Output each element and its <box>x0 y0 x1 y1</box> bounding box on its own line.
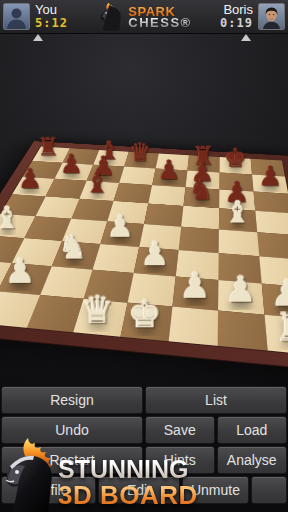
square-g5[interactable]: ♝ <box>219 208 257 232</box>
black-queen[interactable]: ♛ <box>125 139 156 166</box>
square-f2[interactable]: ♟ <box>172 277 218 311</box>
edit-button[interactable]: Edit <box>98 476 179 504</box>
hints-button[interactable]: Hints <box>145 446 215 474</box>
white-bishop[interactable]: ♝ <box>219 196 257 228</box>
square-f5[interactable] <box>181 206 219 230</box>
logo-chess: CHESS® <box>128 17 191 28</box>
black-king[interactable]: ♚ <box>220 144 252 171</box>
load-button[interactable]: Load <box>217 416 288 444</box>
menu-row-2: Undo Save Load <box>0 416 288 444</box>
square-e5[interactable] <box>144 204 183 227</box>
square-h6[interactable] <box>254 192 288 214</box>
extra-button[interactable] <box>251 476 287 504</box>
you-marker-icon <box>33 34 43 41</box>
white-knight[interactable]: ♞ <box>53 230 94 265</box>
sparkchess-logo: SPARK CHESS® <box>96 2 191 32</box>
white-pawn[interactable]: ♟ <box>134 236 176 271</box>
square-e1[interactable]: ♚ <box>120 303 172 342</box>
unmute-button[interactable]: Unmute <box>182 476 250 504</box>
boris-portrait <box>259 4 284 29</box>
square-e3[interactable]: ♟ <box>134 247 179 276</box>
boris-name: Boris <box>223 3 253 17</box>
menu-row-4: Profile Edit Unmute <box>0 476 288 504</box>
top-bar: You 5:12 SPARK CHESS® Boris 0:19 <box>0 0 288 34</box>
menu-row-3: Restart Hints Analyse <box>0 446 288 474</box>
list-button[interactable]: List <box>145 386 287 414</box>
boris-player-info: Boris 0:19 <box>207 3 253 30</box>
white-pawn[interactable]: ♟ <box>218 270 264 308</box>
black-knight[interactable]: ♞ <box>184 175 219 205</box>
restart-button[interactable]: Restart <box>1 446 143 474</box>
silhouette-avatar-icon <box>4 4 29 29</box>
square-g2[interactable]: ♟ <box>218 280 264 315</box>
save-button[interactable]: Save <box>145 416 215 444</box>
square-f6[interactable]: ♞ <box>183 187 219 208</box>
board-3d: ♜♝♛♜♚♟♟♟♟♟♟♝♞♟♝♝♟♞♟♟♟♟♟♟♜♛♚♜ <box>0 141 288 373</box>
black-pawn[interactable]: ♟ <box>13 164 47 193</box>
square-f4[interactable] <box>179 227 219 253</box>
resign-button[interactable]: Resign <box>1 386 143 414</box>
you-avatar <box>3 3 30 30</box>
board-scene: ♜♝♛♜♚♟♟♟♟♟♟♝♞♟♝♝♟♞♟♟♟♟♟♟♜♛♚♜ <box>0 34 288 386</box>
analyse-button[interactable]: Analyse <box>217 446 288 474</box>
boris-clock: 0:19 <box>220 17 253 30</box>
square-g1[interactable] <box>218 311 268 351</box>
menu-row-1: Resign List <box>0 386 288 414</box>
square-d1[interactable]: ♛ <box>73 299 127 337</box>
square-f1[interactable] <box>169 307 218 346</box>
white-rook[interactable]: ♜ <box>268 306 288 347</box>
undo-button[interactable]: Undo <box>1 416 143 444</box>
square-d6[interactable] <box>114 183 153 204</box>
square-d3[interactable] <box>92 244 139 273</box>
board-squares[interactable]: ♜♝♛♜♚♟♟♟♟♟♟♝♞♟♝♝♟♞♟♟♟♟♟♟♜♛♚♜ <box>0 146 288 356</box>
profile-button[interactable]: Profile <box>1 476 96 504</box>
logo-text: SPARK CHESS® <box>128 6 191 28</box>
square-h7[interactable]: ♟ <box>252 174 288 193</box>
board-frame: ♜♝♛♜♚♟♟♟♟♟♟♝♞♟♝♝♟♞♟♟♟♟♟♟♜♛♚♜ <box>0 141 288 373</box>
boris-marker-icon <box>241 34 251 41</box>
black-pawn[interactable]: ♟ <box>153 156 186 184</box>
you-name: You <box>35 3 81 17</box>
game-menu: Resign List Undo Save Load Restart Hints… <box>0 386 288 506</box>
square-h1[interactable]: ♜ <box>264 315 288 356</box>
you-clock: 5:12 <box>35 17 81 30</box>
black-bishop[interactable]: ♝ <box>80 168 115 197</box>
white-queen[interactable]: ♛ <box>74 289 122 329</box>
flaming-knight-icon <box>96 2 126 32</box>
square-g4[interactable] <box>219 229 260 256</box>
white-bishop[interactable]: ♝ <box>0 201 27 233</box>
boris-avatar <box>258 3 285 30</box>
square-h4[interactable] <box>257 232 288 259</box>
square-e6[interactable] <box>148 185 185 206</box>
you-player-info: You 5:12 <box>35 3 81 30</box>
white-pawn[interactable]: ♟ <box>173 266 218 304</box>
white-king[interactable]: ♚ <box>121 293 169 333</box>
white-pawn[interactable]: ♟ <box>0 252 43 289</box>
black-pawn[interactable]: ♟ <box>254 162 288 191</box>
